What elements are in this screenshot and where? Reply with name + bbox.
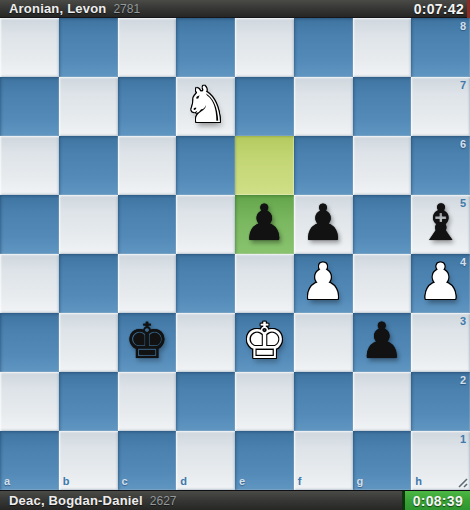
square-e5[interactable]: ♟ [235,195,294,254]
square-b2[interactable] [59,372,118,431]
square-c2[interactable] [118,372,177,431]
square-f2[interactable] [294,372,353,431]
rank-label-3: 3 [460,316,466,327]
bottom-player-rating: 2627 [150,494,177,508]
square-e2[interactable] [235,372,294,431]
rank-label-7: 7 [460,80,466,91]
square-b4[interactable] [59,254,118,313]
square-f3[interactable] [294,313,353,372]
square-e7[interactable] [235,77,294,136]
square-c6[interactable] [118,136,177,195]
file-label-h: h [415,476,422,487]
square-a8[interactable] [0,18,59,77]
square-d7[interactable]: ♞ [176,77,235,136]
square-g8[interactable] [353,18,412,77]
square-g1[interactable]: g [353,431,412,490]
square-f8[interactable] [294,18,353,77]
square-d3[interactable] [176,313,235,372]
square-g4[interactable] [353,254,412,313]
square-f4[interactable]: ♟ [294,254,353,313]
top-player-clock: 0:07:42 [414,1,470,17]
square-h7[interactable]: 7 [411,77,470,136]
square-h6[interactable]: 6 [411,136,470,195]
square-f5[interactable]: ♟ [294,195,353,254]
square-b5[interactable] [59,195,118,254]
white-king[interactable]: ♚ [242,316,287,366]
square-c5[interactable] [118,195,177,254]
square-e6[interactable] [235,136,294,195]
square-d1[interactable]: d [176,431,235,490]
square-f6[interactable] [294,136,353,195]
square-e3[interactable]: ♚ [235,313,294,372]
square-h8[interactable]: 8 [411,18,470,77]
square-g5[interactable] [353,195,412,254]
white-knight[interactable]: ♞ [183,80,228,130]
square-b8[interactable] [59,18,118,77]
top-player-bar: Aronian, Levon 2781 0:07:42 [0,0,470,18]
bottom-player-clock: 0:08:39 [402,491,470,510]
square-d4[interactable] [176,254,235,313]
square-h4[interactable]: 4♟ [411,254,470,313]
square-b3[interactable] [59,313,118,372]
file-label-a: a [4,476,10,487]
file-label-e: e [239,476,245,487]
square-g2[interactable] [353,372,412,431]
file-label-b: b [63,476,70,487]
white-pawn[interactable]: ♟ [301,257,346,307]
square-e8[interactable] [235,18,294,77]
square-f7[interactable] [294,77,353,136]
square-c1[interactable]: c [118,431,177,490]
black-pawn[interactable]: ♟ [242,198,287,248]
rank-label-2: 2 [460,375,466,386]
square-d5[interactable] [176,195,235,254]
black-pawn[interactable]: ♟ [301,198,346,248]
square-g7[interactable] [353,77,412,136]
square-c7[interactable] [118,77,177,136]
square-c3[interactable]: ♚ [118,313,177,372]
square-c8[interactable] [118,18,177,77]
rank-label-1: 1 [460,434,466,445]
square-a5[interactable] [0,195,59,254]
square-a2[interactable] [0,372,59,431]
black-pawn[interactable]: ♟ [359,316,404,366]
square-a7[interactable] [0,77,59,136]
square-c4[interactable] [118,254,177,313]
square-f1[interactable]: f [294,431,353,490]
square-b7[interactable] [59,77,118,136]
square-d2[interactable] [176,372,235,431]
square-g6[interactable] [353,136,412,195]
square-h3[interactable]: 3 [411,313,470,372]
file-label-c: c [122,476,128,487]
top-player-rating: 2781 [113,2,140,16]
white-pawn[interactable]: ♟ [418,257,463,307]
square-b1[interactable]: b [59,431,118,490]
square-h5[interactable]: 5♝ [411,195,470,254]
square-e4[interactable] [235,254,294,313]
square-h1[interactable]: h1 [411,431,470,490]
chess-board[interactable]: 8♞76♟♟5♝♟4♟♚♚♟32abcdefgh1 [0,18,470,490]
rank-label-8: 8 [460,21,466,32]
bottom-player-name: Deac, Bogdan-Daniel [9,493,143,508]
rank-label-6: 6 [460,139,466,150]
square-d8[interactable] [176,18,235,77]
square-a6[interactable] [0,136,59,195]
square-a4[interactable] [0,254,59,313]
black-king[interactable]: ♚ [124,316,169,366]
file-label-d: d [180,476,187,487]
square-e1[interactable]: e [235,431,294,490]
top-player-name: Aronian, Levon [9,1,106,16]
square-a3[interactable] [0,313,59,372]
chess-app-window: Aronian, Levon 2781 0:07:42 8♞76♟♟5♝♟4♟♚… [0,0,470,510]
black-bishop[interactable]: ♝ [418,198,463,248]
square-d6[interactable] [176,136,235,195]
file-label-g: g [357,476,364,487]
square-a1[interactable]: a [0,431,59,490]
square-b6[interactable] [59,136,118,195]
bottom-player-bar: Deac, Bogdan-Daniel 2627 0:08:39 [0,490,470,510]
square-h2[interactable]: 2 [411,372,470,431]
file-label-f: f [298,476,302,487]
square-g3[interactable]: ♟ [353,313,412,372]
